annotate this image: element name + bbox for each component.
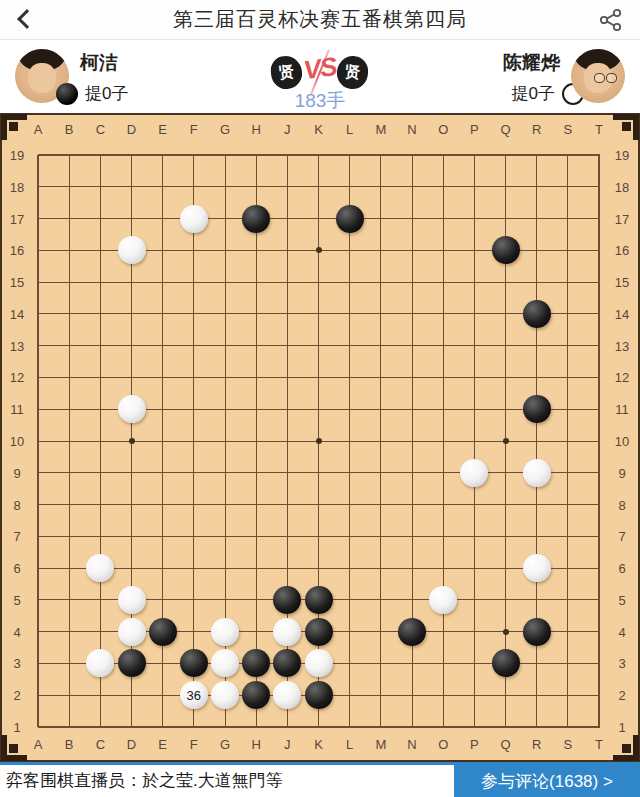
goban-vertical-line (349, 155, 350, 727)
stone-black-R4[interactable] (523, 618, 551, 646)
stone-white-D4[interactable] (118, 618, 146, 646)
stone-white-D16[interactable] (118, 236, 146, 264)
stone-white-P9[interactable] (460, 459, 488, 487)
star-point (503, 629, 509, 635)
coord-label-bottom: K (314, 737, 323, 752)
coord-label-bottom: D (127, 737, 136, 752)
stone-black-F3[interactable] (180, 649, 208, 677)
stone-white-G3[interactable] (211, 649, 239, 677)
stone-black-K5[interactable] (305, 586, 333, 614)
stone-white-R6[interactable] (523, 554, 551, 582)
app-header: 第三届百灵杯决赛五番棋第四局 (0, 0, 640, 40)
goban-horizontal-line (38, 472, 600, 473)
go-app-screen: 第三届百灵杯决赛五番棋第四局 柯洁 提0子 贤 VS 贤 183手 陈耀烨 提0… (0, 0, 640, 797)
broadcast-info: 弈客围棋直播员：於之莹.大道無門等 (6, 765, 283, 796)
goban-horizontal-line (38, 568, 600, 569)
coord-label-left: 19 (10, 148, 24, 163)
stone-black-L17[interactable] (336, 205, 364, 233)
stone-black-H17[interactable] (242, 205, 270, 233)
coord-label-right: 11 (615, 402, 629, 417)
coord-label-left: 11 (10, 402, 24, 417)
white-player-avatar (571, 49, 625, 103)
coord-label-right: 3 (618, 656, 625, 671)
coord-label-right: 1 (618, 720, 625, 735)
stone-black-J3[interactable] (273, 649, 301, 677)
goban-horizontal-line (38, 154, 600, 156)
stone-white-C3[interactable] (86, 649, 114, 677)
coord-label-left: 1 (13, 720, 20, 735)
goban-vertical-line (380, 155, 381, 727)
coord-label-top: G (220, 122, 230, 137)
coord-label-left: 14 (10, 306, 24, 321)
stone-white-F17[interactable] (180, 205, 208, 233)
coord-label-top: E (158, 122, 167, 137)
back-button[interactable] (18, 11, 32, 25)
coord-label-right: 10 (615, 434, 629, 449)
goban-horizontal-line (38, 218, 600, 219)
coord-label-top: J (284, 122, 291, 137)
stone-white-F2[interactable]: 36 (180, 681, 208, 709)
stone-white-G2[interactable] (211, 681, 239, 709)
stone-white-D5[interactable] (118, 586, 146, 614)
right-team-emblem: 贤 (336, 55, 370, 91)
join-comments-button[interactable]: 参与评论(1638) > (454, 765, 640, 797)
frame-ornament (613, 114, 639, 140)
coord-label-top: O (438, 122, 448, 137)
coord-label-left: 15 (10, 275, 24, 290)
coord-label-bottom: G (220, 737, 230, 752)
coord-label-right: 6 (618, 561, 625, 576)
coord-label-bottom: F (190, 737, 198, 752)
star-point (129, 438, 135, 444)
coord-label-left: 7 (13, 529, 20, 544)
coord-label-bottom: B (65, 737, 74, 752)
coord-label-top: K (314, 122, 323, 137)
coord-label-top: C (96, 122, 105, 137)
coord-label-left: 6 (13, 561, 20, 576)
goban-vertical-line (567, 155, 568, 727)
stone-white-G4[interactable] (211, 618, 239, 646)
coord-label-top: S (564, 122, 573, 137)
coord-label-right: 7 (618, 529, 625, 544)
coord-label-top: R (532, 122, 541, 137)
coord-label-bottom: Q (500, 737, 510, 752)
stone-black-Q16[interactable] (492, 236, 520, 264)
goban-vertical-line (474, 155, 475, 727)
frame-ornament (613, 735, 639, 761)
goban-vertical-line (443, 155, 444, 727)
coord-label-bottom: H (251, 737, 260, 752)
coord-label-top: D (127, 122, 136, 137)
coord-label-top: T (595, 122, 603, 137)
coord-label-left: 17 (10, 211, 24, 226)
coord-label-top: A (34, 122, 43, 137)
stone-white-R9[interactable] (523, 459, 551, 487)
stone-black-H2[interactable] (242, 681, 270, 709)
stone-black-D3[interactable] (118, 649, 146, 677)
stone-white-J2[interactable] (273, 681, 301, 709)
last-move-number: 36 (187, 689, 201, 702)
coord-label-bottom: J (284, 737, 291, 752)
frame-ornament (1, 735, 27, 761)
coord-label-left: 8 (13, 497, 20, 512)
share-icon[interactable] (598, 7, 624, 33)
star-point (316, 438, 322, 444)
stone-white-K3[interactable] (305, 649, 333, 677)
coord-label-top: N (407, 122, 416, 137)
frame-ornament (1, 114, 27, 140)
stone-black-H3[interactable] (242, 649, 270, 677)
coord-label-right: 9 (618, 465, 625, 480)
stone-white-C6[interactable] (86, 554, 114, 582)
goban-horizontal-line (38, 282, 600, 283)
goban-horizontal-line (38, 726, 600, 728)
goban-horizontal-line (38, 536, 600, 537)
coord-label-top: F (190, 122, 198, 137)
stone-black-K4[interactable] (305, 618, 333, 646)
goban-horizontal-line (38, 504, 600, 505)
stone-black-R14[interactable] (523, 300, 551, 328)
stone-black-R11[interactable] (523, 395, 551, 423)
coord-label-left: 3 (13, 656, 20, 671)
coord-label-right: 13 (615, 338, 629, 353)
stone-black-Q3[interactable] (492, 649, 520, 677)
coord-label-left: 13 (10, 338, 24, 353)
coord-label-right: 18 (615, 179, 629, 194)
coord-label-top: Q (500, 122, 510, 137)
coord-label-right: 15 (615, 275, 629, 290)
coord-label-right: 4 (618, 624, 625, 639)
coord-label-right: 12 (615, 370, 629, 385)
stone-white-D11[interactable] (118, 395, 146, 423)
coord-label-bottom: M (375, 737, 386, 752)
coord-label-left: 12 (10, 370, 24, 385)
coord-label-left: 16 (10, 243, 24, 258)
coord-label-bottom: P (470, 737, 479, 752)
coord-label-left: 18 (10, 179, 24, 194)
goban-horizontal-line (38, 313, 600, 314)
black-player-name: 柯洁 (80, 50, 118, 76)
white-captures-label: 提0子 (512, 82, 555, 105)
footer-bar: 弈客围棋直播员：於之莹.大道無門等 参与评论(1638) > (0, 762, 640, 797)
coord-label-bottom: O (438, 737, 448, 752)
coord-label-bottom: N (407, 737, 416, 752)
coord-label-right: 17 (615, 211, 629, 226)
stone-black-K2[interactable] (305, 681, 333, 709)
star-point (316, 247, 322, 253)
coord-label-left: 2 (13, 688, 20, 703)
coord-label-right: 14 (615, 306, 629, 321)
coord-label-right: 5 (618, 592, 625, 607)
star-point (503, 438, 509, 444)
goban-horizontal-line (38, 377, 600, 378)
goban-horizontal-line (38, 186, 600, 187)
coord-label-bottom: R (532, 737, 541, 752)
coord-label-top: H (251, 122, 260, 137)
coord-label-bottom: E (158, 737, 167, 752)
stone-black-E4[interactable] (149, 618, 177, 646)
coord-label-right: 8 (618, 497, 625, 512)
coord-label-right: 2 (618, 688, 625, 703)
stone-white-J4[interactable] (273, 618, 301, 646)
coord-label-bottom: A (34, 737, 43, 752)
coord-label-right: 19 (615, 148, 629, 163)
coord-label-bottom: T (595, 737, 603, 752)
coord-label-top: L (346, 122, 353, 137)
stone-white-O5[interactable] (429, 586, 457, 614)
coord-label-top: M (375, 122, 386, 137)
coord-label-top: P (470, 122, 479, 137)
player-bar: 柯洁 提0子 贤 VS 贤 183手 陈耀烨 提0子 (0, 40, 640, 113)
coord-label-left: 5 (13, 592, 20, 607)
goban-horizontal-line (38, 345, 600, 346)
vs-label: VS (298, 50, 342, 86)
coord-label-left: 4 (13, 624, 20, 639)
goban: AABBCCDDEEFFGGHHJJKKLLMMNNOOPPQQRRSSTT19… (0, 113, 640, 762)
coord-label-bottom: L (346, 737, 353, 752)
coord-label-bottom: C (96, 737, 105, 752)
coord-label-left: 10 (10, 434, 24, 449)
white-player-name: 陈耀烨 (503, 50, 560, 76)
coord-label-left: 9 (13, 465, 20, 480)
coord-label-right: 16 (615, 243, 629, 258)
goban-vertical-line (598, 155, 600, 727)
stone-black-J5[interactable] (273, 586, 301, 614)
coord-label-top: B (65, 122, 74, 137)
coord-label-bottom: S (564, 737, 573, 752)
stone-black-N4[interactable] (398, 618, 426, 646)
page-title: 第三届百灵杯决赛五番棋第四局 (173, 6, 467, 33)
